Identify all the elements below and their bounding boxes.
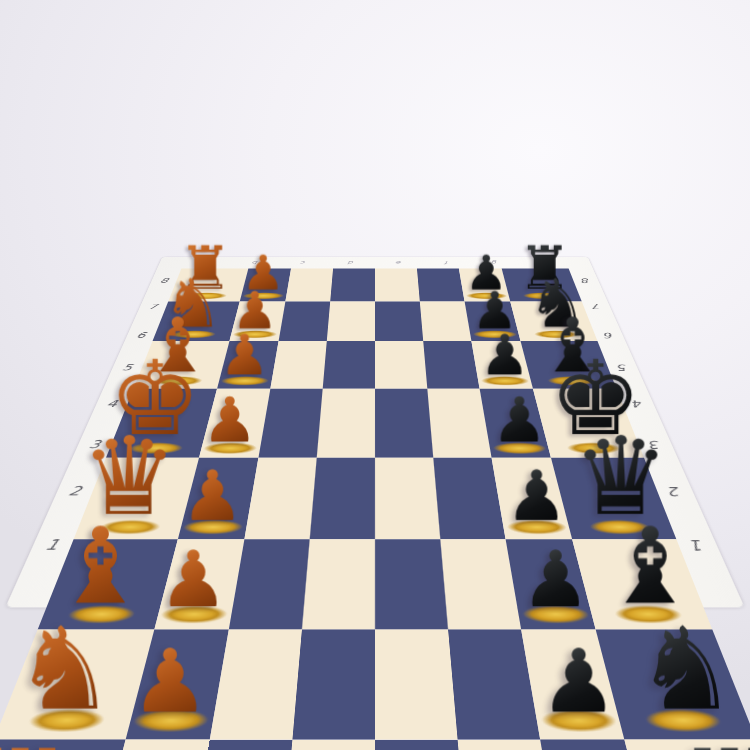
piece-white-pawn-b5: ♟ (202, 389, 258, 451)
square-c4 (244, 458, 317, 539)
square-f6 (423, 341, 480, 389)
piece-white-rook-a1: ♜ (0, 734, 77, 750)
piece-black-pawn-g5: ♟ (492, 389, 548, 451)
piece-white-knight-a2: ♞ (13, 612, 115, 726)
piece-white-pawn-b2: ♟ (131, 638, 210, 726)
square-d5 (316, 389, 375, 458)
file-label-far-f: f (422, 257, 472, 268)
square-c6 (270, 341, 327, 389)
square-e5 (375, 389, 434, 458)
square-d1 (280, 740, 375, 750)
square-c3 (228, 539, 309, 629)
photo-backdrop: abcdefgh 87654321 87654321 abcdefgh ♜♟♟♜… (0, 0, 750, 750)
square-e6 (375, 341, 428, 389)
square-d4 (309, 458, 375, 539)
square-c8 (285, 268, 333, 301)
square-e8 (375, 268, 420, 301)
square-h1: ♜ (624, 740, 750, 750)
square-g2: ♟ (522, 629, 624, 739)
square-f8 (417, 268, 465, 301)
square-e2 (375, 629, 458, 739)
file-label-far-g: g (470, 257, 521, 268)
square-d8 (330, 268, 375, 301)
file-labels-far: abcdefgh (181, 257, 568, 268)
file-label-far-d: d (327, 257, 375, 268)
board-border: abcdefgh 87654321 87654321 abcdefgh ♜♟♟♜… (5, 257, 744, 607)
chessboard: abcdefgh 87654321 87654321 abcdefgh ♜♟♟♜… (5, 257, 744, 607)
piece-black-pawn-g3: ♟ (521, 541, 591, 619)
piece-black-knight-h2: ♞ (634, 612, 736, 726)
piece-black-pawn-g6: ♟ (480, 327, 530, 383)
square-d2 (292, 629, 375, 739)
square-d7 (327, 302, 375, 341)
square-a1: ♜ (0, 740, 126, 750)
piece-white-pawn-b4: ♟ (182, 461, 244, 531)
square-g6: ♟ (472, 341, 533, 389)
square-c5 (258, 389, 323, 458)
file-label-far-e: e (375, 257, 423, 268)
square-g4: ♟ (492, 458, 572, 539)
square-c7 (278, 302, 330, 341)
piece-black-rook-h1: ♜ (673, 734, 750, 750)
square-e7 (375, 302, 423, 341)
piece-black-pawn-g2: ♟ (540, 638, 619, 726)
square-f7 (420, 302, 472, 341)
square-e3 (375, 539, 448, 629)
square-g5: ♟ (480, 389, 550, 458)
file-label-far-h: h (517, 257, 569, 268)
square-g3: ♟ (506, 539, 595, 629)
file-label-far-a: a (181, 257, 233, 268)
square-d6 (322, 341, 375, 389)
square-b6: ♟ (217, 341, 278, 389)
piece-white-pawn-b3: ♟ (159, 541, 229, 619)
file-label-far-b: b (230, 257, 281, 268)
file-label-far-c: c (278, 257, 328, 268)
square-f5 (428, 389, 493, 458)
piece-white-pawn-b6: ♟ (220, 327, 270, 383)
piece-black-pawn-g4: ♟ (506, 461, 568, 531)
square-e4 (375, 458, 441, 539)
square-d3 (302, 539, 375, 629)
square-e1 (375, 740, 470, 750)
